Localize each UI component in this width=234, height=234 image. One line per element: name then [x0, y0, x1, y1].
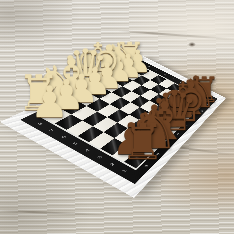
- wood-knot: [188, 42, 196, 47]
- plank-seam: [118, 30, 234, 40]
- photo-scene: abcdefgh abcdefgh 87654321 87654321 ♜♞♝♛…: [0, 0, 234, 234]
- plank-seam: [0, 210, 112, 216]
